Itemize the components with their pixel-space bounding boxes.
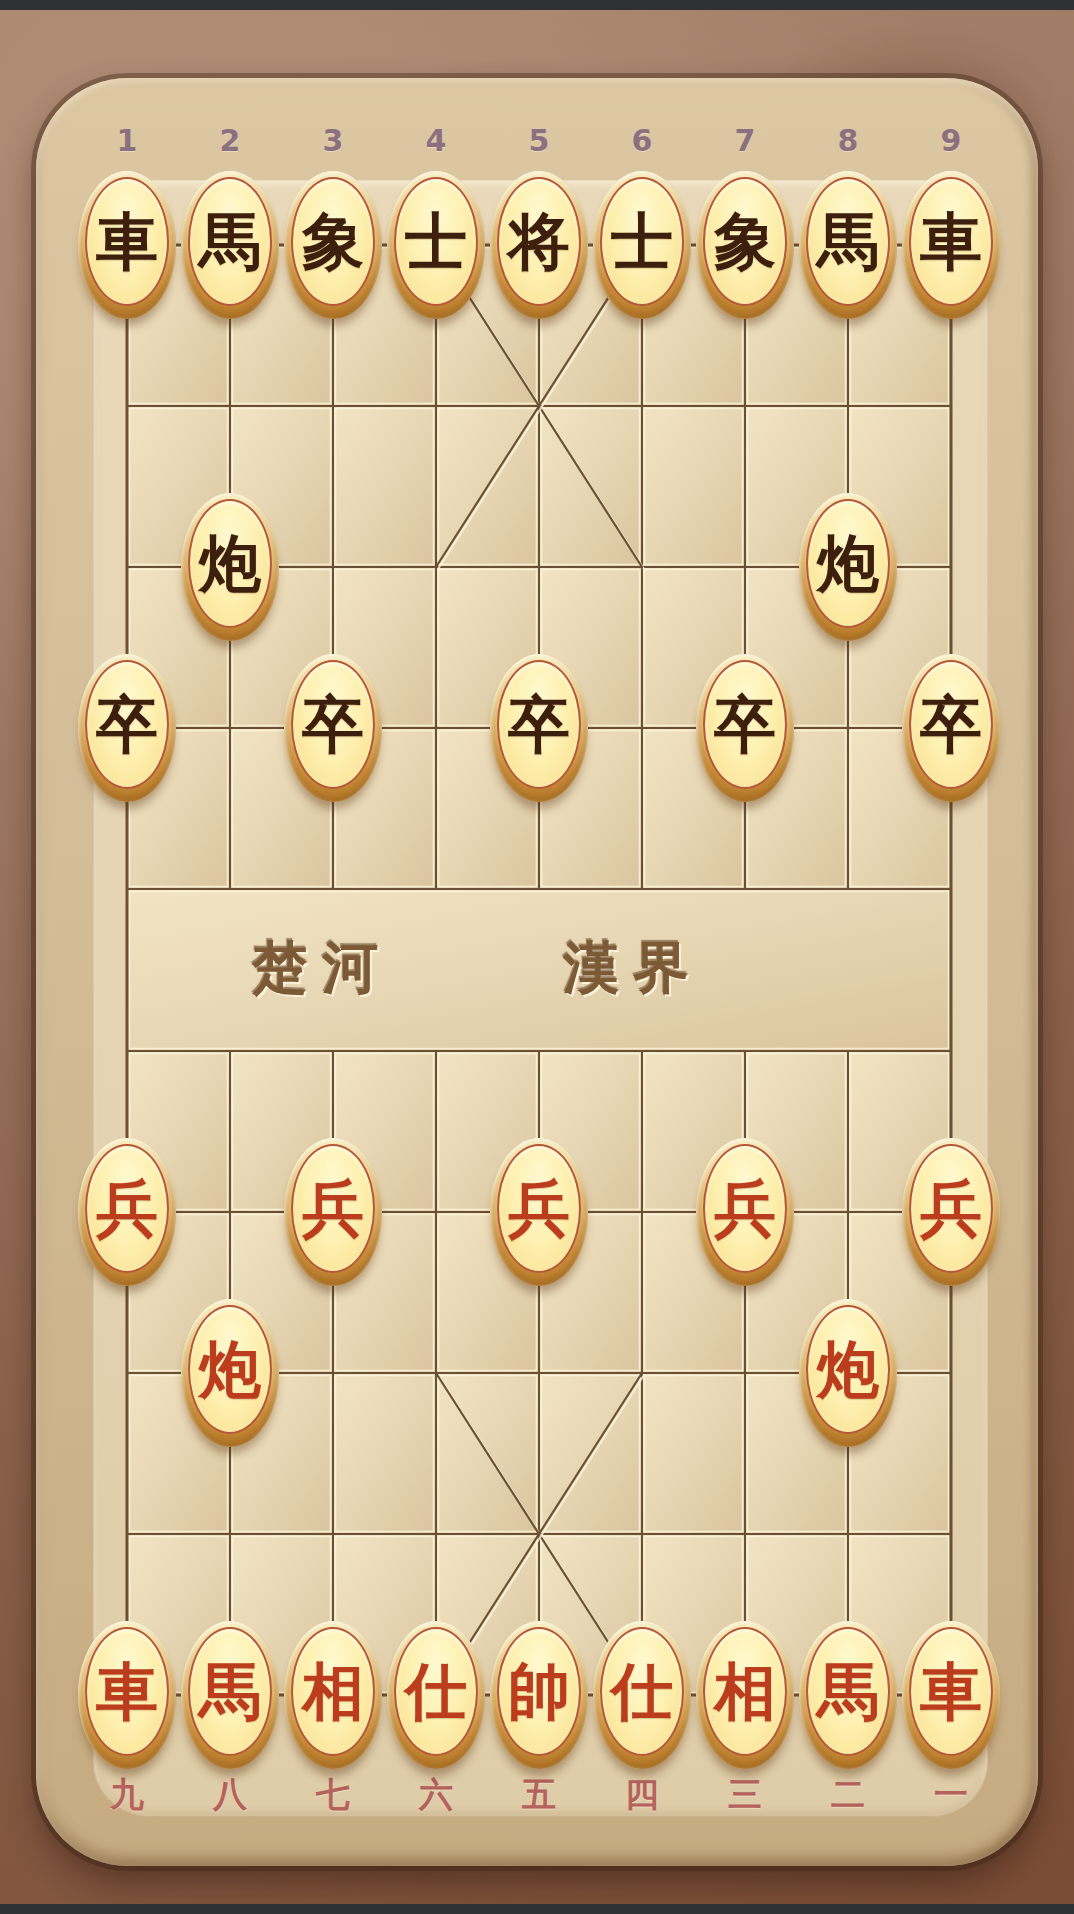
piece-glyph-black-soldier: 卒 [96, 694, 158, 756]
file-label-top-5: 5 [529, 123, 550, 158]
piece-red-chariot[interactable]: 車 [78, 1621, 176, 1769]
piece-red-elephant[interactable]: 相 [696, 1621, 794, 1769]
piece-red-cannon[interactable]: 炮 [799, 1299, 897, 1447]
piece-black-soldier[interactable]: 卒 [902, 654, 1000, 802]
piece-black-elephant[interactable]: 象 [696, 171, 794, 319]
piece-glyph-black-horse: 馬 [817, 211, 879, 273]
piece-glyph-red-soldier: 兵 [302, 1178, 364, 1240]
piece-black-soldier[interactable]: 卒 [490, 654, 588, 802]
piece-face: 車 [85, 177, 169, 306]
piece-face: 兵 [703, 1144, 787, 1273]
piece-glyph-black-soldier: 卒 [508, 694, 570, 756]
piece-face: 馬 [188, 177, 272, 306]
piece-black-cannon[interactable]: 炮 [799, 493, 897, 641]
piece-glyph-black-general: 将 [508, 211, 570, 273]
file-label-bottom-4: 六 [419, 1772, 453, 1818]
file-label-bottom-8: 二 [831, 1772, 865, 1818]
file-label-top-9: 9 [941, 123, 962, 158]
file-label-top-7: 7 [735, 123, 756, 158]
piece-red-advisor[interactable]: 仕 [593, 1621, 691, 1769]
piece-face: 卒 [497, 660, 581, 789]
piece-black-soldier[interactable]: 卒 [696, 654, 794, 802]
piece-black-chariot[interactable]: 車 [78, 171, 176, 319]
river-label-han: 漢界 [563, 931, 703, 1007]
piece-black-soldier[interactable]: 卒 [284, 654, 382, 802]
piece-face: 兵 [497, 1144, 581, 1273]
file-label-bottom-6: 四 [625, 1772, 659, 1818]
piece-black-chariot[interactable]: 車 [902, 171, 1000, 319]
status-bar-top [0, 0, 1074, 10]
piece-red-elephant[interactable]: 相 [284, 1621, 382, 1769]
file-label-top-2: 2 [220, 123, 241, 158]
piece-face: 兵 [909, 1144, 993, 1273]
piece-red-horse[interactable]: 馬 [181, 1621, 279, 1769]
piece-black-horse[interactable]: 馬 [799, 171, 897, 319]
piece-glyph-red-horse: 馬 [199, 1661, 261, 1723]
piece-red-soldier[interactable]: 兵 [490, 1138, 588, 1286]
file-label-top-1: 1 [117, 123, 138, 158]
piece-face: 士 [600, 177, 684, 306]
piece-face: 馬 [806, 1627, 890, 1756]
piece-red-horse[interactable]: 馬 [799, 1621, 897, 1769]
file-label-top-3: 3 [323, 123, 344, 158]
piece-black-elephant[interactable]: 象 [284, 171, 382, 319]
piece-red-soldier[interactable]: 兵 [696, 1138, 794, 1286]
file-label-bottom-9: 一 [934, 1772, 968, 1818]
piece-face: 相 [703, 1627, 787, 1756]
piece-face: 将 [497, 177, 581, 306]
piece-face: 兵 [85, 1144, 169, 1273]
piece-glyph-red-soldier: 兵 [96, 1178, 158, 1240]
piece-red-chariot[interactable]: 車 [902, 1621, 1000, 1769]
file-label-top-8: 8 [838, 123, 859, 158]
board-grid [93, 180, 988, 1817]
piece-black-horse[interactable]: 馬 [181, 171, 279, 319]
piece-face: 仕 [394, 1627, 478, 1756]
piece-glyph-black-elephant: 象 [714, 211, 776, 273]
piece-face: 象 [703, 177, 787, 306]
piece-glyph-black-soldier: 卒 [920, 694, 982, 756]
piece-red-cannon[interactable]: 炮 [181, 1299, 279, 1447]
piece-face: 車 [909, 1627, 993, 1756]
file-label-top-6: 6 [632, 123, 653, 158]
piece-glyph-red-chariot: 車 [920, 1661, 982, 1723]
piece-glyph-black-advisor: 士 [405, 211, 467, 273]
piece-red-soldier[interactable]: 兵 [284, 1138, 382, 1286]
piece-black-advisor[interactable]: 士 [387, 171, 485, 319]
piece-black-soldier[interactable]: 卒 [78, 654, 176, 802]
piece-glyph-black-chariot: 車 [920, 211, 982, 273]
piece-glyph-red-soldier: 兵 [920, 1178, 982, 1240]
piece-glyph-red-chariot: 車 [96, 1661, 158, 1723]
piece-glyph-red-elephant: 相 [714, 1661, 776, 1723]
piece-glyph-red-soldier: 兵 [508, 1178, 570, 1240]
board-field[interactable]: 楚河 漢界 [93, 180, 988, 1817]
piece-red-soldier[interactable]: 兵 [902, 1138, 1000, 1286]
piece-glyph-red-cannon: 炮 [199, 1339, 261, 1401]
piece-face: 士 [394, 177, 478, 306]
piece-face: 卒 [85, 660, 169, 789]
piece-glyph-red-elephant: 相 [302, 1661, 364, 1723]
piece-face: 炮 [188, 1305, 272, 1434]
app-background: 楚河 漢界 123456789 九八七六五四三二一 車馬象士将士象馬車炮炮卒卒卒… [0, 0, 1074, 1914]
piece-glyph-black-cannon: 炮 [199, 533, 261, 595]
piece-face: 卒 [703, 660, 787, 789]
piece-face: 炮 [806, 499, 890, 628]
piece-black-cannon[interactable]: 炮 [181, 493, 279, 641]
piece-black-advisor[interactable]: 士 [593, 171, 691, 319]
piece-black-general[interactable]: 将 [490, 171, 588, 319]
piece-face: 炮 [806, 1305, 890, 1434]
piece-glyph-black-cannon: 炮 [817, 533, 879, 595]
file-label-bottom-7: 三 [728, 1772, 762, 1818]
piece-glyph-red-horse: 馬 [817, 1661, 879, 1723]
piece-glyph-black-chariot: 車 [96, 211, 158, 273]
file-label-bottom-2: 八 [213, 1772, 247, 1818]
piece-face: 帥 [497, 1627, 581, 1756]
piece-face: 仕 [600, 1627, 684, 1756]
piece-face: 相 [291, 1627, 375, 1756]
piece-glyph-black-soldier: 卒 [714, 694, 776, 756]
file-label-top-4: 4 [426, 123, 447, 158]
piece-glyph-red-advisor: 仕 [405, 1661, 467, 1723]
piece-glyph-black-horse: 馬 [199, 211, 261, 273]
status-bar-bottom [0, 1904, 1074, 1914]
piece-red-advisor[interactable]: 仕 [387, 1621, 485, 1769]
piece-face: 馬 [188, 1627, 272, 1756]
piece-red-soldier[interactable]: 兵 [78, 1138, 176, 1286]
piece-glyph-black-soldier: 卒 [302, 694, 364, 756]
file-label-bottom-5: 五 [522, 1772, 556, 1818]
piece-glyph-black-elephant: 象 [302, 211, 364, 273]
piece-face: 車 [909, 177, 993, 306]
piece-face: 車 [85, 1627, 169, 1756]
file-label-bottom-1: 九 [110, 1772, 144, 1818]
piece-face: 象 [291, 177, 375, 306]
piece-face: 卒 [291, 660, 375, 789]
piece-glyph-red-general: 帥 [508, 1661, 570, 1723]
piece-face: 炮 [188, 499, 272, 628]
river-label-chu: 楚河 [252, 931, 392, 1007]
xiangqi-board[interactable]: 楚河 漢界 123456789 九八七六五四三二一 車馬象士将士象馬車炮炮卒卒卒… [36, 78, 1038, 1866]
piece-glyph-black-advisor: 士 [611, 211, 673, 273]
piece-glyph-red-cannon: 炮 [817, 1339, 879, 1401]
piece-face: 馬 [806, 177, 890, 306]
piece-face: 卒 [909, 660, 993, 789]
piece-red-general[interactable]: 帥 [490, 1621, 588, 1769]
file-label-bottom-3: 七 [316, 1772, 350, 1818]
piece-face: 兵 [291, 1144, 375, 1273]
piece-glyph-red-advisor: 仕 [611, 1661, 673, 1723]
piece-glyph-red-soldier: 兵 [714, 1178, 776, 1240]
